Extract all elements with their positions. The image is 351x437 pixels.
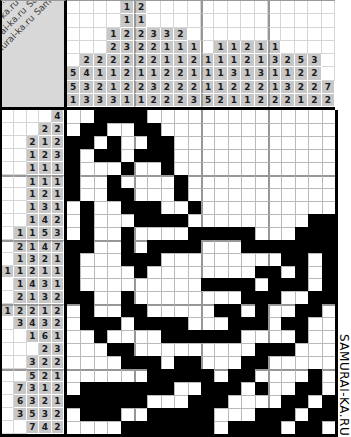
grid-cell-filled[interactable] (188, 421, 201, 434)
grid-cell-empty[interactable] (322, 188, 335, 201)
grid-cell-empty[interactable] (188, 188, 201, 201)
grid-cell-filled[interactable] (308, 291, 321, 304)
grid-cell-filled[interactable] (121, 421, 134, 434)
grid-cell-empty[interactable] (201, 356, 214, 369)
grid-cell-filled[interactable] (80, 317, 93, 330)
grid-cell-empty[interactable] (174, 278, 187, 291)
grid-cell-empty[interactable] (174, 227, 187, 240)
grid-cell-empty[interactable] (174, 266, 187, 279)
grid-cell-empty[interactable] (241, 382, 254, 395)
grid-cell-empty[interactable] (228, 110, 241, 123)
grid-cell-filled[interactable] (94, 149, 107, 162)
grid-cell-filled[interactable] (134, 266, 147, 279)
grid-cell-empty[interactable] (201, 343, 214, 356)
grid-cell-empty[interactable] (94, 162, 107, 175)
grid-cell-empty[interactable] (134, 369, 147, 382)
grid-cell-filled[interactable] (281, 408, 294, 421)
grid-cell-empty[interactable] (228, 266, 241, 279)
grid-cell-empty[interactable] (174, 110, 187, 123)
grid-cell-empty[interactable] (188, 278, 201, 291)
grid-cell-empty[interactable] (268, 149, 281, 162)
grid-cell-empty[interactable] (268, 123, 281, 136)
grid-cell-empty[interactable] (281, 266, 294, 279)
grid-cell-empty[interactable] (322, 162, 335, 175)
grid-cell-filled[interactable] (147, 421, 160, 434)
grid-cell-filled[interactable] (268, 421, 281, 434)
grid-cell-filled[interactable] (80, 201, 93, 214)
grid-cell-filled[interactable] (161, 214, 174, 227)
grid-cell-filled[interactable] (161, 136, 174, 149)
grid-cell-filled[interactable] (214, 395, 227, 408)
grid-cell-filled[interactable] (67, 395, 80, 408)
grid-cell-empty[interactable] (295, 408, 308, 421)
grid-cell-empty[interactable] (67, 123, 80, 136)
grid-cell-filled[interactable] (295, 304, 308, 317)
grid-cell-empty[interactable] (214, 356, 227, 369)
grid-cell-empty[interactable] (67, 421, 80, 434)
grid-cell-filled[interactable] (121, 201, 134, 214)
grid-cell-empty[interactable] (255, 149, 268, 162)
grid-cell-filled[interactable] (228, 330, 241, 343)
grid-cell-empty[interactable] (80, 421, 93, 434)
grid-cell-empty[interactable] (255, 214, 268, 227)
grid-cell-filled[interactable] (161, 317, 174, 330)
grid-cell-empty[interactable] (94, 304, 107, 317)
grid-cell-filled[interactable] (121, 227, 134, 240)
grid-cell-empty[interactable] (214, 253, 227, 266)
grid-cell-empty[interactable] (121, 214, 134, 227)
grid-cell-filled[interactable] (94, 408, 107, 421)
grid-cell-empty[interactable] (228, 291, 241, 304)
grid-cell-empty[interactable] (80, 149, 93, 162)
grid-cell-empty[interactable] (161, 227, 174, 240)
grid-cell-filled[interactable] (107, 188, 120, 201)
grid-cell-filled[interactable] (295, 227, 308, 240)
grid-cell-empty[interactable] (308, 188, 321, 201)
grid-cell-filled[interactable] (241, 227, 254, 240)
grid-cell-filled[interactable] (147, 317, 160, 330)
grid-cell-empty[interactable] (107, 278, 120, 291)
grid-cell-filled[interactable] (134, 317, 147, 330)
grid-cell-empty[interactable] (94, 227, 107, 240)
grid-cell-empty[interactable] (268, 110, 281, 123)
grid-cell-empty[interactable] (281, 356, 294, 369)
grid-cell-empty[interactable] (201, 317, 214, 330)
grid-cell-empty[interactable] (268, 162, 281, 175)
grid-cell-empty[interactable] (214, 214, 227, 227)
grid-cell-empty[interactable] (147, 343, 160, 356)
grid-cell-empty[interactable] (281, 162, 294, 175)
grid-cell-empty[interactable] (268, 253, 281, 266)
grid-cell-filled[interactable] (121, 253, 134, 266)
grid-cell-filled[interactable] (121, 291, 134, 304)
grid-cell-empty[interactable] (241, 253, 254, 266)
grid-cell-empty[interactable] (295, 123, 308, 136)
grid-cell-filled[interactable] (147, 136, 160, 149)
grid-cell-filled[interactable] (174, 369, 187, 382)
grid-cell-empty[interactable] (67, 214, 80, 227)
grid-cell-empty[interactable] (308, 317, 321, 330)
grid-cell-empty[interactable] (107, 304, 120, 317)
grid-cell-empty[interactable] (174, 395, 187, 408)
grid-cell-empty[interactable] (201, 110, 214, 123)
grid-cell-filled[interactable] (201, 382, 214, 395)
grid-cell-empty[interactable] (281, 227, 294, 240)
grid-cell-empty[interactable] (322, 149, 335, 162)
grid-cell-empty[interactable] (255, 188, 268, 201)
grid-cell-empty[interactable] (188, 214, 201, 227)
grid-cell-empty[interactable] (255, 227, 268, 240)
grid-cell-empty[interactable] (308, 266, 321, 279)
grid-cell-empty[interactable] (80, 110, 93, 123)
grid-cell-empty[interactable] (201, 149, 214, 162)
grid-cell-filled[interactable] (121, 382, 134, 395)
grid-cell-empty[interactable] (174, 253, 187, 266)
grid-cell-filled[interactable] (121, 343, 134, 356)
grid-cell-filled[interactable] (121, 110, 134, 123)
grid-cell-filled[interactable] (188, 408, 201, 421)
grid-cell-empty[interactable] (80, 175, 93, 188)
grid-cell-empty[interactable] (214, 149, 227, 162)
grid-cell-empty[interactable] (295, 162, 308, 175)
grid-cell-filled[interactable] (188, 227, 201, 240)
grid-cell-filled[interactable] (121, 356, 134, 369)
grid-cell-empty[interactable] (80, 162, 93, 175)
grid-cell-empty[interactable] (241, 162, 254, 175)
grid-cell-empty[interactable] (161, 188, 174, 201)
grid-cell-empty[interactable] (228, 149, 241, 162)
grid-cell-empty[interactable] (268, 330, 281, 343)
grid-cell-filled[interactable] (107, 136, 120, 149)
grid-cell-empty[interactable] (322, 369, 335, 382)
grid-cell-empty[interactable] (281, 149, 294, 162)
grid-cell-filled[interactable] (147, 369, 160, 382)
grid-cell-empty[interactable] (174, 149, 187, 162)
grid-cell-empty[interactable] (147, 188, 160, 201)
grid-cell-filled[interactable] (174, 421, 187, 434)
grid-cell-empty[interactable] (281, 214, 294, 227)
grid-cell-empty[interactable] (161, 253, 174, 266)
grid-cell-empty[interactable] (67, 317, 80, 330)
grid-cell-empty[interactable] (94, 136, 107, 149)
grid-cell-filled[interactable] (121, 188, 134, 201)
grid-cell-empty[interactable] (121, 266, 134, 279)
grid-cell-empty[interactable] (228, 343, 241, 356)
grid-cell-filled[interactable] (228, 227, 241, 240)
grid-cell-empty[interactable] (107, 356, 120, 369)
grid-cell-empty[interactable] (121, 175, 134, 188)
grid-cell-filled[interactable] (134, 253, 147, 266)
grid-cell-empty[interactable] (121, 136, 134, 149)
grid-cell-empty[interactable] (228, 201, 241, 214)
grid-cell-empty[interactable] (107, 253, 120, 266)
grid-cell-filled[interactable] (67, 149, 80, 162)
grid-cell-filled[interactable] (94, 110, 107, 123)
grid-cell-empty[interactable] (241, 266, 254, 279)
grid-cell-filled[interactable] (308, 214, 321, 227)
grid-cell-filled[interactable] (214, 330, 227, 343)
grid-cell-filled[interactable] (308, 227, 321, 240)
grid-cell-filled[interactable] (147, 149, 160, 162)
grid-cell-empty[interactable] (80, 330, 93, 343)
grid-cell-filled[interactable] (94, 123, 107, 136)
grid-cell-empty[interactable] (281, 369, 294, 382)
grid-cell-empty[interactable] (161, 278, 174, 291)
grid-cell-filled[interactable] (308, 304, 321, 317)
grid-cell-empty[interactable] (201, 291, 214, 304)
grid-cell-filled[interactable] (174, 330, 187, 343)
grid-cell-filled[interactable] (134, 214, 147, 227)
grid-cell-filled[interactable] (107, 317, 120, 330)
grid-cell-filled[interactable] (188, 240, 201, 253)
grid-cell-empty[interactable] (322, 175, 335, 188)
grid-cell-filled[interactable] (281, 343, 294, 356)
grid-cell-filled[interactable] (161, 330, 174, 343)
grid-cell-filled[interactable] (94, 330, 107, 343)
grid-cell-filled[interactable] (295, 253, 308, 266)
grid-cell-empty[interactable] (94, 188, 107, 201)
grid-cell-empty[interactable] (188, 304, 201, 317)
grid-cell-empty[interactable] (241, 408, 254, 421)
grid-cell-empty[interactable] (228, 162, 241, 175)
grid-cell-filled[interactable] (134, 304, 147, 317)
grid-cell-empty[interactable] (107, 266, 120, 279)
grid-cell-empty[interactable] (295, 291, 308, 304)
grid-cell-empty[interactable] (147, 304, 160, 317)
grid-cell-filled[interactable] (295, 266, 308, 279)
grid-cell-empty[interactable] (281, 330, 294, 343)
grid-cell-empty[interactable] (281, 136, 294, 149)
grid-cell-empty[interactable] (188, 253, 201, 266)
grid-cell-filled[interactable] (255, 266, 268, 279)
grid-cell-filled[interactable] (241, 421, 254, 434)
grid-cell-empty[interactable] (147, 162, 160, 175)
grid-cell-filled[interactable] (134, 421, 147, 434)
grid-cell-empty[interactable] (308, 175, 321, 188)
grid-cell-empty[interactable] (174, 382, 187, 395)
grid-cell-empty[interactable] (188, 266, 201, 279)
grid-cell-filled[interactable] (214, 278, 227, 291)
grid-cell-empty[interactable] (94, 266, 107, 279)
grid-cell-empty[interactable] (295, 175, 308, 188)
grid-cell-filled[interactable] (201, 408, 214, 421)
grid-cell-empty[interactable] (134, 278, 147, 291)
grid-cell-empty[interactable] (94, 278, 107, 291)
grid-cell-filled[interactable] (174, 317, 187, 330)
grid-cell-filled[interactable] (147, 214, 160, 227)
grid-cell-filled[interactable] (214, 382, 227, 395)
grid-cell-empty[interactable] (201, 123, 214, 136)
grid-cell-empty[interactable] (214, 291, 227, 304)
grid-cell-empty[interactable] (281, 382, 294, 395)
grid-cell-empty[interactable] (268, 136, 281, 149)
grid-cell-empty[interactable] (228, 356, 241, 369)
grid-cell-filled[interactable] (255, 408, 268, 421)
grid-cell-empty[interactable] (281, 123, 294, 136)
grid-cell-empty[interactable] (107, 240, 120, 253)
grid-cell-empty[interactable] (268, 317, 281, 330)
grid-cell-empty[interactable] (147, 278, 160, 291)
grid-cell-filled[interactable] (134, 201, 147, 214)
grid-cell-empty[interactable] (322, 421, 335, 434)
grid-cell-filled[interactable] (255, 421, 268, 434)
grid-cell-empty[interactable] (268, 175, 281, 188)
grid-cell-empty[interactable] (214, 343, 227, 356)
grid-cell-empty[interactable] (241, 110, 254, 123)
grid-cell-filled[interactable] (268, 343, 281, 356)
grid-cell-empty[interactable] (174, 201, 187, 214)
grid-cell-empty[interactable] (255, 395, 268, 408)
grid-cell-empty[interactable] (295, 136, 308, 149)
grid-cell-filled[interactable] (214, 227, 227, 240)
grid-cell-empty[interactable] (80, 278, 93, 291)
grid-cell-empty[interactable] (161, 304, 174, 317)
grid-cell-filled[interactable] (67, 162, 80, 175)
grid-cell-empty[interactable] (322, 382, 335, 395)
grid-cell-empty[interactable] (241, 188, 254, 201)
grid-cell-empty[interactable] (161, 110, 174, 123)
grid-cell-empty[interactable] (188, 149, 201, 162)
grid-cell-empty[interactable] (94, 240, 107, 253)
grid-cell-empty[interactable] (295, 214, 308, 227)
grid-cell-filled[interactable] (174, 175, 187, 188)
grid-cell-filled[interactable] (201, 369, 214, 382)
grid-cell-filled[interactable] (241, 291, 254, 304)
grid-cell-empty[interactable] (121, 408, 134, 421)
grid-cell-filled[interactable] (121, 395, 134, 408)
grid-cell-empty[interactable] (161, 356, 174, 369)
grid-cell-empty[interactable] (322, 110, 335, 123)
grid-cell-empty[interactable] (281, 304, 294, 317)
grid-cell-empty[interactable] (281, 188, 294, 201)
grid-cell-filled[interactable] (201, 421, 214, 434)
grid-cell-filled[interactable] (161, 240, 174, 253)
grid-cell-empty[interactable] (134, 330, 147, 343)
grid-cell-empty[interactable] (94, 175, 107, 188)
grid-cell-filled[interactable] (295, 395, 308, 408)
grid-cell-empty[interactable] (107, 227, 120, 240)
grid-cell-empty[interactable] (255, 253, 268, 266)
grid-cell-empty[interactable] (295, 110, 308, 123)
grid-cell-empty[interactable] (174, 123, 187, 136)
grid-cell-empty[interactable] (134, 227, 147, 240)
grid-cell-empty[interactable] (80, 369, 93, 382)
grid-cell-empty[interactable] (281, 201, 294, 214)
grid-cell-filled[interactable] (322, 214, 335, 227)
grid-cell-filled[interactable] (107, 343, 120, 356)
grid-cell-empty[interactable] (308, 162, 321, 175)
grid-cell-filled[interactable] (241, 356, 254, 369)
grid-cell-empty[interactable] (201, 253, 214, 266)
grid-cell-empty[interactable] (268, 395, 281, 408)
grid-cell-filled[interactable] (121, 240, 134, 253)
grid-cell-filled[interactable] (268, 240, 281, 253)
grid-cell-filled[interactable] (214, 304, 227, 317)
grid-cell-empty[interactable] (174, 162, 187, 175)
grid-cell-empty[interactable] (201, 266, 214, 279)
grid-cell-filled[interactable] (107, 175, 120, 188)
grid-cell-empty[interactable] (255, 175, 268, 188)
grid-cell-filled[interactable] (107, 149, 120, 162)
grid-cell-filled[interactable] (107, 110, 120, 123)
grid-cell-empty[interactable] (308, 253, 321, 266)
grid-cell-empty[interactable] (268, 304, 281, 317)
grid-cell-empty[interactable] (147, 266, 160, 279)
grid-cell-empty[interactable] (255, 330, 268, 343)
grid-cell-filled[interactable] (322, 240, 335, 253)
grid-cell-filled[interactable] (147, 408, 160, 421)
grid-cell-empty[interactable] (214, 240, 227, 253)
grid-cell-empty[interactable] (228, 136, 241, 149)
grid-cell-empty[interactable] (201, 304, 214, 317)
grid-cell-empty[interactable] (322, 123, 335, 136)
grid-cell-filled[interactable] (281, 278, 294, 291)
grid-cell-empty[interactable] (214, 123, 227, 136)
grid-cell-empty[interactable] (308, 149, 321, 162)
grid-cell-empty[interactable] (94, 421, 107, 434)
grid-cell-empty[interactable] (255, 162, 268, 175)
grid-cell-filled[interactable] (107, 382, 120, 395)
grid-cell-filled[interactable] (295, 278, 308, 291)
grid-cell-empty[interactable] (161, 175, 174, 188)
grid-cell-empty[interactable] (241, 175, 254, 188)
grid-cell-empty[interactable] (295, 356, 308, 369)
grid-cell-empty[interactable] (67, 304, 80, 317)
grid-cell-filled[interactable] (161, 382, 174, 395)
grid-cell-filled[interactable] (241, 278, 254, 291)
grid-cell-empty[interactable] (147, 395, 160, 408)
grid-cell-filled[interactable] (107, 395, 120, 408)
grid-cell-filled[interactable] (228, 278, 241, 291)
grid-cell-filled[interactable] (147, 201, 160, 214)
grid-cell-filled[interactable] (295, 317, 308, 330)
grid-cell-filled[interactable] (80, 382, 93, 395)
grid-cell-empty[interactable] (80, 343, 93, 356)
grid-cell-filled[interactable] (147, 123, 160, 136)
grid-cell-empty[interactable] (214, 136, 227, 149)
grid-cell-filled[interactable] (134, 123, 147, 136)
grid-cell-filled[interactable] (281, 253, 294, 266)
grid-cell-empty[interactable] (161, 266, 174, 279)
grid-cell-empty[interactable] (94, 356, 107, 369)
grid-cell-filled[interactable] (161, 369, 174, 382)
grid-cell-filled[interactable] (161, 421, 174, 434)
grid-cell-filled[interactable] (268, 278, 281, 291)
grid-cell-empty[interactable] (241, 136, 254, 149)
grid-cell-empty[interactable] (255, 201, 268, 214)
grid-cell-filled[interactable] (80, 136, 93, 149)
grid-cell-empty[interactable] (308, 201, 321, 214)
grid-cell-empty[interactable] (228, 240, 241, 253)
grid-cell-filled[interactable] (80, 291, 93, 304)
grid-cell-empty[interactable] (67, 356, 80, 369)
grid-cell-empty[interactable] (268, 188, 281, 201)
grid-cell-filled[interactable] (322, 291, 335, 304)
grid-cell-filled[interactable] (295, 421, 308, 434)
grid-cell-empty[interactable] (281, 110, 294, 123)
grid-cell-empty[interactable] (228, 175, 241, 188)
grid-cell-empty[interactable] (268, 382, 281, 395)
grid-cell-empty[interactable] (308, 123, 321, 136)
grid-cell-empty[interactable] (241, 123, 254, 136)
grid-cell-empty[interactable] (228, 408, 241, 421)
grid-cell-filled[interactable] (94, 395, 107, 408)
grid-cell-empty[interactable] (322, 317, 335, 330)
grid-cell-filled[interactable] (147, 356, 160, 369)
grid-cell-empty[interactable] (134, 162, 147, 175)
grid-cell-empty[interactable] (188, 136, 201, 149)
grid-cell-empty[interactable] (107, 369, 120, 382)
